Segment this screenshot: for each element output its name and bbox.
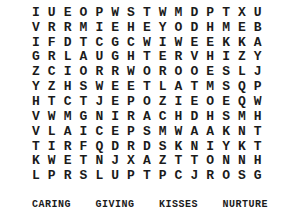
grid-cell-r1c6[interactable]: W: [107, 5, 123, 20]
grid-cell-r9c4[interactable]: I: [76, 124, 92, 139]
grid-cell-r9c12[interactable]: A: [202, 124, 218, 139]
grid-cell-r5c3[interactable]: I: [60, 64, 76, 79]
grid-cell-r9c13[interactable]: K: [218, 124, 234, 139]
grid-cell-r7c13[interactable]: E: [218, 94, 234, 109]
word-search-grid: IUEOPWSTWMDPTXUVRRMIEHEYODHMEBIFDTCGCWIW…: [28, 5, 266, 183]
grid-cell-r7c1[interactable]: H: [28, 94, 44, 109]
grid-cell-r3c13[interactable]: K: [218, 35, 234, 50]
grid-cell-r6c8[interactable]: T: [139, 79, 155, 94]
grid-cell-r5c10[interactable]: O: [171, 64, 187, 79]
grid-cell-r1c14[interactable]: X: [234, 5, 250, 20]
grid-cell-r10c8[interactable]: D: [139, 139, 155, 154]
grid-cell-r1c12[interactable]: P: [202, 5, 218, 20]
grid-cell-r11c5[interactable]: N: [91, 153, 107, 168]
grid-cell-r12c6[interactable]: U: [107, 168, 123, 183]
grid-cell-r3c2[interactable]: F: [44, 35, 60, 50]
grid-cell-r11c10[interactable]: T: [171, 153, 187, 168]
grid-cell-r11c12[interactable]: O: [202, 153, 218, 168]
grid-cell-r12c15[interactable]: G: [250, 168, 266, 183]
word-list-item: CARING: [32, 199, 71, 210]
grid-cell-r10c12[interactable]: I: [202, 139, 218, 154]
grid-cell-r3c6[interactable]: G: [107, 35, 123, 50]
grid-cell-r11c2[interactable]: W: [44, 153, 60, 168]
grid-cell-r8c2[interactable]: W: [44, 109, 60, 124]
grid-cell-r2c6[interactable]: E: [107, 20, 123, 35]
grid-cell-r3c4[interactable]: T: [76, 35, 92, 50]
grid-cell-r8c5[interactable]: N: [91, 109, 107, 124]
grid-cell-r3c7[interactable]: C: [123, 35, 139, 50]
grid-cell-r12c4[interactable]: S: [76, 168, 92, 183]
grid-cell-r7c7[interactable]: P: [123, 94, 139, 109]
grid-cell-r3c10[interactable]: W: [171, 35, 187, 50]
grid-cell-r9c5[interactable]: C: [91, 124, 107, 139]
grid-cell-r11c4[interactable]: T: [76, 153, 92, 168]
grid-cell-r7c3[interactable]: C: [60, 94, 76, 109]
grid-cell-r12c13[interactable]: O: [218, 168, 234, 183]
grid-cell-r2c3[interactable]: R: [60, 20, 76, 35]
grid-cell-r2c11[interactable]: D: [186, 20, 202, 35]
grid-cell-r12c12[interactable]: R: [202, 168, 218, 183]
grid-cell-r1c11[interactable]: D: [186, 5, 202, 20]
grid-cell-r12c11[interactable]: J: [186, 168, 202, 183]
grid-cell-r11c3[interactable]: E: [60, 153, 76, 168]
grid-cell-r5c4[interactable]: O: [76, 64, 92, 79]
grid-cell-r3c3[interactable]: D: [60, 35, 76, 50]
grid-cell-r8c12[interactable]: H: [202, 109, 218, 124]
grid-cell-r3c15[interactable]: A: [250, 35, 266, 50]
grid-cell-r3c5[interactable]: C: [91, 35, 107, 50]
grid-cell-r5c7[interactable]: W: [123, 64, 139, 79]
grid-cell-r7c11[interactable]: E: [186, 94, 202, 109]
grid-cell-r10c10[interactable]: K: [171, 139, 187, 154]
grid-cell-r8c10[interactable]: H: [171, 109, 187, 124]
grid-cell-r4c3[interactable]: L: [60, 50, 76, 65]
grid-cell-r10c2[interactable]: I: [44, 139, 60, 154]
grid-cell-r7c2[interactable]: T: [44, 94, 60, 109]
grid-cell-r4c9[interactable]: E: [155, 50, 171, 65]
grid-cell-r8c3[interactable]: M: [60, 109, 76, 124]
grid-cell-r4c1[interactable]: G: [28, 50, 44, 65]
grid-cell-r3c1[interactable]: I: [28, 35, 44, 50]
grid-cell-r10c1[interactable]: T: [28, 139, 44, 154]
grid-cell-r8c9[interactable]: C: [155, 109, 171, 124]
grid-cell-r10c3[interactable]: R: [60, 139, 76, 154]
grid-cell-r10c6[interactable]: D: [107, 139, 123, 154]
grid-cell-r4c4[interactable]: A: [76, 50, 92, 65]
grid-cell-r5c13[interactable]: S: [218, 64, 234, 79]
grid-cell-r6c3[interactable]: H: [60, 79, 76, 94]
grid-cell-r6c14[interactable]: Q: [234, 79, 250, 94]
grid-cell-r10c11[interactable]: N: [186, 139, 202, 154]
grid-cell-r6c13[interactable]: S: [218, 79, 234, 94]
grid-cell-r1c7[interactable]: S: [123, 5, 139, 20]
grid-cell-r7c4[interactable]: T: [76, 94, 92, 109]
grid-cell-r4c6[interactable]: G: [107, 50, 123, 65]
grid-cell-r5c8[interactable]: O: [139, 64, 155, 79]
grid-cell-r1c15[interactable]: U: [250, 5, 266, 20]
grid-cell-r1c8[interactable]: T: [139, 5, 155, 20]
grid-cell-r7c14[interactable]: Q: [234, 94, 250, 109]
word-list-item: NURTURE: [222, 199, 268, 210]
grid-cell-r5c12[interactable]: E: [202, 64, 218, 79]
grid-cell-r5c5[interactable]: R: [91, 64, 107, 79]
grid-cell-r3c12[interactable]: E: [202, 35, 218, 50]
grid-cell-r1c13[interactable]: T: [218, 5, 234, 20]
grid-cell-r2c2[interactable]: R: [44, 20, 60, 35]
grid-cell-r5c14[interactable]: L: [234, 64, 250, 79]
grid-cell-r2c15[interactable]: B: [250, 20, 266, 35]
grid-cell-r9c9[interactable]: M: [155, 124, 171, 139]
grid-cell-r2c13[interactable]: M: [218, 20, 234, 35]
grid-cell-r2c10[interactable]: O: [171, 20, 187, 35]
grid-cell-r7c15[interactable]: W: [250, 94, 266, 109]
grid-cell-r7c10[interactable]: I: [171, 94, 187, 109]
grid-cell-r12c14[interactable]: S: [234, 168, 250, 183]
grid-cell-r12c3[interactable]: R: [60, 168, 76, 183]
grid-cell-r5c11[interactable]: O: [186, 64, 202, 79]
grid-cell-r8c1[interactable]: V: [28, 109, 44, 124]
grid-cell-r7c12[interactable]: O: [202, 94, 218, 109]
grid-cell-r1c2[interactable]: U: [44, 5, 60, 20]
grid-cell-r9c14[interactable]: N: [234, 124, 250, 139]
grid-cell-r9c7[interactable]: P: [123, 124, 139, 139]
grid-cell-r11c11[interactable]: T: [186, 153, 202, 168]
grid-cell-r11c14[interactable]: N: [234, 153, 250, 168]
grid-cell-r2c9[interactable]: Y: [155, 20, 171, 35]
grid-cell-r1c10[interactable]: M: [171, 5, 187, 20]
grid-cell-r1c9[interactable]: W: [155, 5, 171, 20]
word-list: CARING GIVING KISSES NURTURE: [32, 199, 268, 210]
grid-cell-r10c7[interactable]: R: [123, 139, 139, 154]
grid-cell-r12c9[interactable]: P: [155, 168, 171, 183]
grid-cell-r5c6[interactable]: R: [107, 64, 123, 79]
grid-cell-r3c11[interactable]: E: [186, 35, 202, 50]
grid-cell-r10c13[interactable]: Y: [218, 139, 234, 154]
grid-cell-r2c8[interactable]: E: [139, 20, 155, 35]
grid-cell-r12c5[interactable]: L: [91, 168, 107, 183]
grid-cell-r2c12[interactable]: H: [202, 20, 218, 35]
grid-cell-r11c1[interactable]: K: [28, 153, 44, 168]
grid-cell-r11c13[interactable]: N: [218, 153, 234, 168]
grid-cell-r7c6[interactable]: E: [107, 94, 123, 109]
grid-cell-r10c9[interactable]: S: [155, 139, 171, 154]
grid-cell-r4c5[interactable]: U: [91, 50, 107, 65]
grid-cell-r4c15[interactable]: Y: [250, 50, 266, 65]
grid-cell-r12c1[interactable]: L: [28, 168, 44, 183]
grid-cell-r9c1[interactable]: V: [28, 124, 44, 139]
grid-cell-r4c8[interactable]: T: [139, 50, 155, 65]
grid-cell-r7c5[interactable]: J: [91, 94, 107, 109]
grid-cell-r11c8[interactable]: A: [139, 153, 155, 168]
grid-cell-r12c7[interactable]: P: [123, 168, 139, 183]
grid-cell-r4c13[interactable]: I: [218, 50, 234, 65]
grid-cell-r11c6[interactable]: J: [107, 153, 123, 168]
word-list-item: KISSES: [159, 199, 198, 210]
grid-cell-r12c10[interactable]: C: [171, 168, 187, 183]
grid-cell-r12c2[interactable]: P: [44, 168, 60, 183]
grid-cell-r8c11[interactable]: D: [186, 109, 202, 124]
grid-cell-r12c8[interactable]: T: [139, 168, 155, 183]
grid-cell-r11c15[interactable]: H: [250, 153, 266, 168]
grid-cell-r6c1[interactable]: Y: [28, 79, 44, 94]
grid-cell-r5c15[interactable]: J: [250, 64, 266, 79]
grid-cell-r2c14[interactable]: E: [234, 20, 250, 35]
grid-cell-r5c9[interactable]: R: [155, 64, 171, 79]
grid-cell-r8c13[interactable]: S: [218, 109, 234, 124]
grid-cell-r6c4[interactable]: S: [76, 79, 92, 94]
grid-cell-r2c4[interactable]: M: [76, 20, 92, 35]
grid-cell-r9c10[interactable]: W: [171, 124, 187, 139]
grid-cell-r11c9[interactable]: Z: [155, 153, 171, 168]
grid-cell-r6c2[interactable]: Z: [44, 79, 60, 94]
grid-cell-r4c11[interactable]: V: [186, 50, 202, 65]
grid-cell-r5c2[interactable]: C: [44, 64, 60, 79]
word-list-item: GIVING: [95, 199, 134, 210]
grid-cell-r6c9[interactable]: L: [155, 79, 171, 94]
grid-cell-r7c8[interactable]: O: [139, 94, 155, 109]
grid-cell-r9c6[interactable]: E: [107, 124, 123, 139]
grid-cell-r8c8[interactable]: A: [139, 109, 155, 124]
grid-cell-r8c6[interactable]: I: [107, 109, 123, 124]
grid-cell-r8c7[interactable]: R: [123, 109, 139, 124]
grid-cell-r11c7[interactable]: X: [123, 153, 139, 168]
grid-cell-r4c2[interactable]: R: [44, 50, 60, 65]
grid-cell-r3c14[interactable]: K: [234, 35, 250, 50]
grid-cell-r1c5[interactable]: P: [91, 5, 107, 20]
grid-cell-r10c4[interactable]: F: [76, 139, 92, 154]
grid-cell-r5c1[interactable]: Z: [28, 64, 44, 79]
grid-cell-r1c3[interactable]: E: [60, 5, 76, 20]
grid-cell-r8c15[interactable]: H: [250, 109, 266, 124]
grid-cell-r1c1[interactable]: I: [28, 5, 44, 20]
grid-cell-r1c4[interactable]: O: [76, 5, 92, 20]
grid-cell-r4c14[interactable]: Z: [234, 50, 250, 65]
grid-cell-r9c11[interactable]: A: [186, 124, 202, 139]
grid-cell-r9c2[interactable]: L: [44, 124, 60, 139]
grid-cell-r4c10[interactable]: R: [171, 50, 187, 65]
grid-cell-r9c3[interactable]: A: [60, 124, 76, 139]
grid-cell-r10c14[interactable]: K: [234, 139, 250, 154]
grid-cell-r3c9[interactable]: I: [155, 35, 171, 50]
grid-cell-r6c15[interactable]: P: [250, 79, 266, 94]
grid-cell-r7c9[interactable]: Z: [155, 94, 171, 109]
grid-cell-r3c8[interactable]: W: [139, 35, 155, 50]
grid-cell-r6c12[interactable]: M: [202, 79, 218, 94]
grid-cell-r8c14[interactable]: M: [234, 109, 250, 124]
grid-cell-r10c5[interactable]: Q: [91, 139, 107, 154]
grid-cell-r4c7[interactable]: H: [123, 50, 139, 65]
grid-cell-r8c4[interactable]: G: [76, 109, 92, 124]
grid-cell-r6c6[interactable]: E: [107, 79, 123, 94]
grid-cell-r6c10[interactable]: A: [171, 79, 187, 94]
grid-cell-r9c8[interactable]: S: [139, 124, 155, 139]
grid-cell-r2c1[interactable]: V: [28, 20, 44, 35]
grid-cell-r2c7[interactable]: H: [123, 20, 139, 35]
grid-cell-r2c5[interactable]: I: [91, 20, 107, 35]
grid-cell-r10c15[interactable]: T: [250, 139, 266, 154]
grid-cell-r4c12[interactable]: H: [202, 50, 218, 65]
grid-cell-r6c11[interactable]: T: [186, 79, 202, 94]
grid-cell-r6c7[interactable]: E: [123, 79, 139, 94]
grid-cell-r6c5[interactable]: W: [91, 79, 107, 94]
grid-cell-r9c15[interactable]: T: [250, 124, 266, 139]
